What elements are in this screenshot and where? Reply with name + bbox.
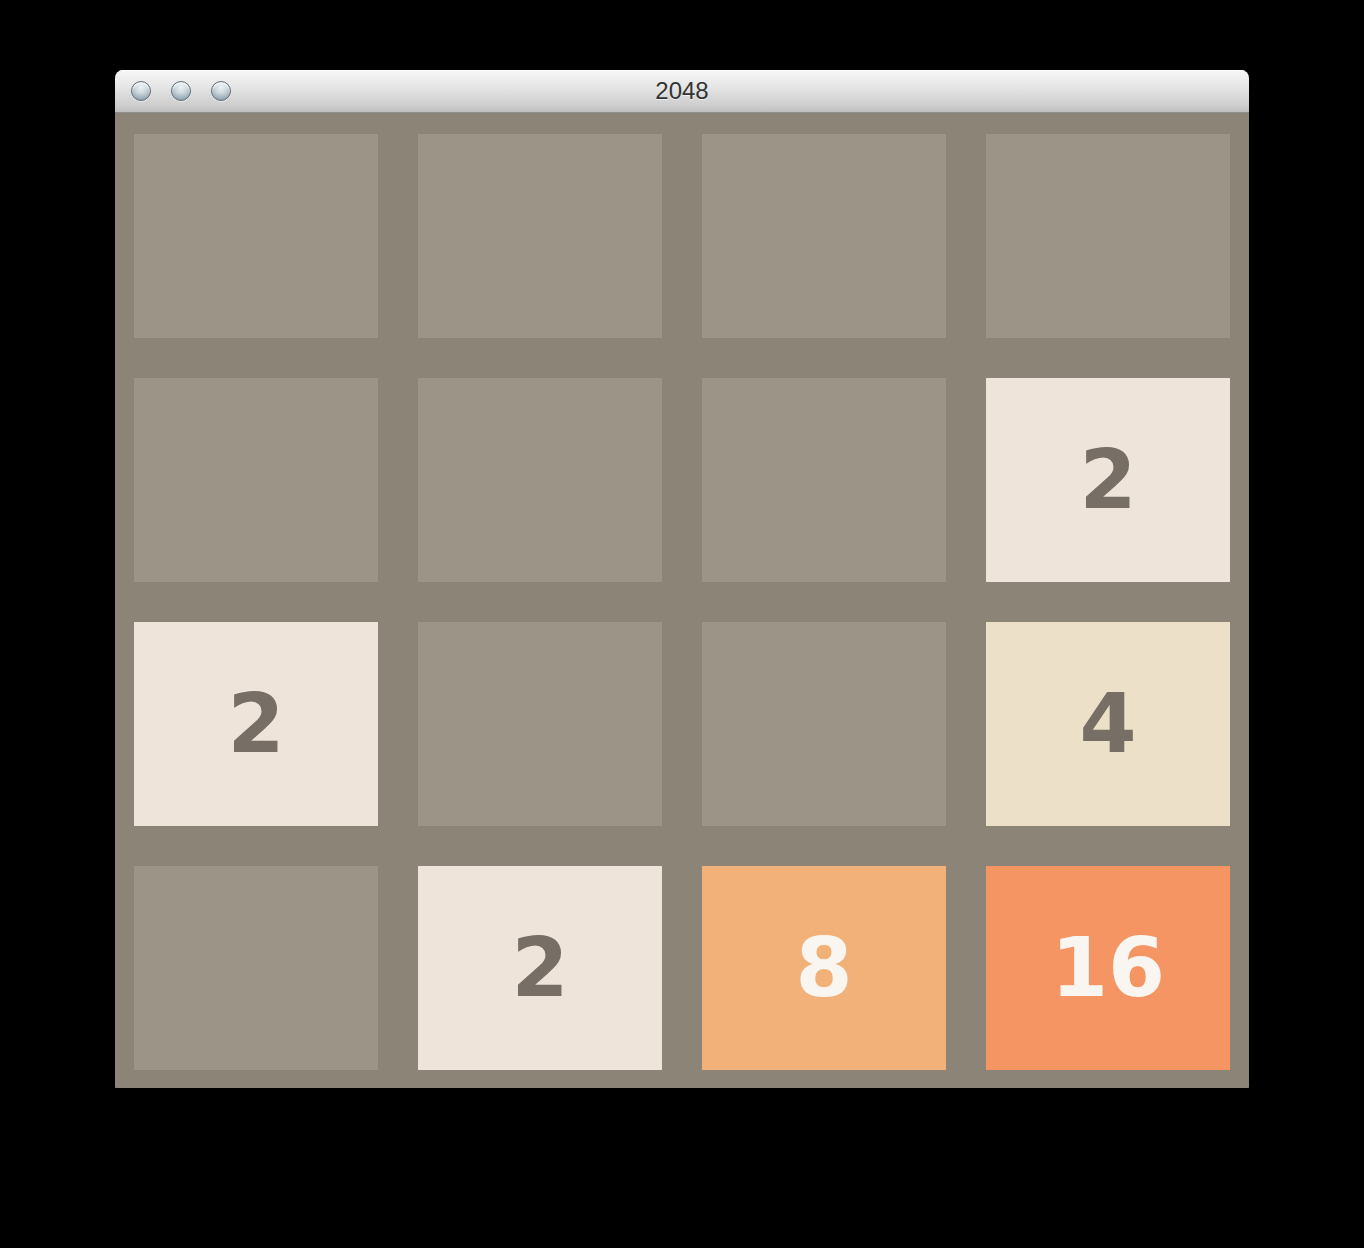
window-title: 2048 bbox=[655, 77, 708, 105]
board-cell-r0c0 bbox=[134, 134, 378, 338]
traffic-lights bbox=[131, 70, 231, 112]
board-cell-r0c2 bbox=[702, 134, 946, 338]
board-cell-r1c3: 2 bbox=[986, 378, 1230, 582]
board-cell-r0c3 bbox=[986, 134, 1230, 338]
board-cell-r1c2 bbox=[702, 378, 946, 582]
app-window: 2048 2 2 4 2 8 16 bbox=[115, 70, 1249, 1089]
board-cell-r2c3: 4 bbox=[986, 622, 1230, 826]
minimize-button[interactable] bbox=[171, 81, 191, 101]
board-cell-r3c0 bbox=[134, 866, 378, 1070]
board-cell-r3c2: 8 bbox=[702, 866, 946, 1070]
window-titlebar[interactable]: 2048 bbox=[115, 70, 1249, 113]
board-cell-r2c0: 2 bbox=[134, 622, 378, 826]
board-cell-r0c1 bbox=[418, 134, 662, 338]
zoom-button[interactable] bbox=[211, 81, 231, 101]
close-button[interactable] bbox=[131, 81, 151, 101]
board-cell-r3c3: 16 bbox=[986, 866, 1230, 1070]
board-cell-r1c0 bbox=[134, 378, 378, 582]
board-cell-r1c1 bbox=[418, 378, 662, 582]
board-cell-r3c1: 2 bbox=[418, 866, 662, 1070]
game-board: 2 2 4 2 8 16 bbox=[115, 113, 1249, 1088]
board-cell-r2c1 bbox=[418, 622, 662, 826]
board-cell-r2c2 bbox=[702, 622, 946, 826]
